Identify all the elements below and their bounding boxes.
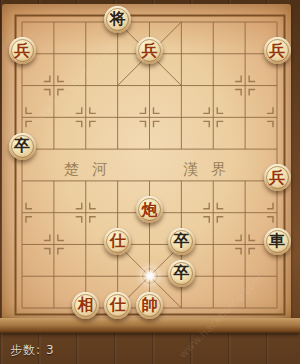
piece-black-soldier[interactable]: 卒 xyxy=(168,260,195,287)
piece-red-general[interactable]: 帥 xyxy=(136,292,163,319)
piece-red-advisor[interactable]: 仕 xyxy=(104,292,131,319)
piece-red-cannon[interactable]: 炮 xyxy=(136,196,163,223)
piece-red-soldier[interactable]: 兵 xyxy=(264,164,291,191)
piece-character: 将 xyxy=(110,11,126,27)
piece-character: 兵 xyxy=(269,43,285,59)
river-label-right: 漢界 xyxy=(183,162,239,177)
piece-character: 相 xyxy=(78,297,94,313)
piece-character: 車 xyxy=(269,233,285,249)
piece-black-soldier[interactable]: 卒 xyxy=(168,228,195,255)
piece-black-soldier[interactable]: 卒 xyxy=(9,133,36,160)
river-label-left: 楚河 xyxy=(64,162,120,177)
piece-black-general[interactable]: 将 xyxy=(104,6,131,33)
piece-red-elephant[interactable]: 相 xyxy=(72,292,99,319)
piece-character: 帥 xyxy=(142,297,158,313)
piece-red-advisor[interactable]: 仕 xyxy=(104,228,131,255)
piece-character: 卒 xyxy=(173,265,189,281)
xiangqi-game-screen: 楚河 漢界 将兵兵兵卒兵炮仕卒車卒相仕帥 www.hackhome.com ww… xyxy=(0,0,300,364)
piece-character: 仕 xyxy=(110,233,126,249)
piece-character: 兵 xyxy=(14,43,30,59)
piece-character: 兵 xyxy=(142,43,158,59)
piece-character: 仕 xyxy=(110,297,126,313)
piece-character: 卒 xyxy=(14,138,30,154)
step-counter-value: 3 xyxy=(46,343,55,357)
piece-character: 卒 xyxy=(173,233,189,249)
hud-bar: 步数:3 xyxy=(0,333,300,364)
piece-character: 炮 xyxy=(142,202,158,218)
piece-red-soldier[interactable]: 兵 xyxy=(264,37,291,64)
step-counter: 步数:3 xyxy=(10,342,55,359)
last-move-highlight xyxy=(142,268,158,284)
piece-character: 兵 xyxy=(269,170,285,186)
board-front-edge xyxy=(0,318,300,333)
piece-black-chariot[interactable]: 車 xyxy=(264,228,291,255)
piece-red-soldier[interactable]: 兵 xyxy=(9,37,36,64)
step-counter-label: 步数: xyxy=(10,343,41,357)
